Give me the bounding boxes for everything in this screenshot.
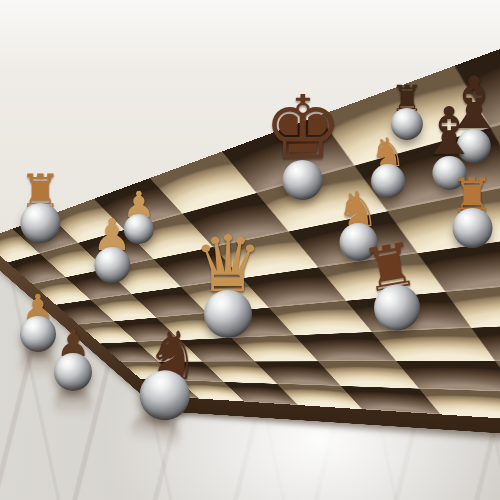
white-rook-g5[interactable]: ♜ xyxy=(450,173,493,248)
white-pawn-captured[interactable]: ♟ xyxy=(20,291,56,352)
wobble-ball xyxy=(204,290,252,338)
wobble-ball xyxy=(94,247,130,283)
marble-reflection xyxy=(20,347,56,383)
marble-reflection xyxy=(54,386,92,422)
piece-glyph: ♝ xyxy=(419,102,478,163)
white-rook-a8[interactable]: ♜ xyxy=(19,170,60,243)
white-queen-c4[interactable]: ♛ xyxy=(193,229,263,338)
wobble-ball xyxy=(452,208,492,248)
wobble-ball xyxy=(283,160,323,200)
black-king-d6[interactable]: ♚ xyxy=(264,88,343,200)
black-pawn-captured[interactable]: ♟ xyxy=(54,326,92,391)
wobble-ball xyxy=(20,203,60,243)
white-pawn-a6[interactable]: ♟ xyxy=(92,215,131,283)
piece-glyph: ♚ xyxy=(264,88,343,169)
photo-scene: ♜♟♟♛♚♞♞♜♝♝♜♜♟♟♞ xyxy=(0,0,500,500)
